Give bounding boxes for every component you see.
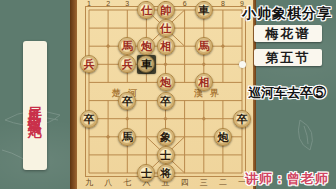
piece-red-cannon[interactable]: 炮 <box>157 73 175 91</box>
piece-black-general[interactable]: 将 <box>157 164 175 182</box>
piece-black-horse[interactable]: 馬 <box>118 128 136 146</box>
file-label-top: 6 <box>179 0 191 7</box>
piece-black-cannon[interactable]: 炮 <box>214 128 232 146</box>
xiangqi-board[interactable]: 楚河 漢界 123456789 九八七六五四三二一 仕帥車仕馬炮相馬兵兵車炮相卒… <box>70 0 256 189</box>
episode-badge: 第五节 <box>254 49 322 66</box>
piece-black-soldier[interactable]: 卒 <box>118 92 136 110</box>
file-label-bottom: 八 <box>102 177 114 188</box>
file-label-bottom: 七 <box>121 177 133 188</box>
file-label-bottom: 二 <box>217 177 229 188</box>
left-title-banner: 屏风马破当头炮 <box>23 41 47 170</box>
piece-black-soldier[interactable]: 卒 <box>80 110 98 128</box>
piece-red-elephant[interactable]: 相 <box>157 37 175 55</box>
series-badge: 梅花谱 <box>254 25 322 42</box>
piece-black-chariot[interactable]: 車 <box>195 1 213 19</box>
file-label-top: 2 <box>102 0 114 7</box>
piece-red-horse[interactable]: 馬 <box>195 37 213 55</box>
left-title-text: 屏风马破当头炮 <box>23 95 47 116</box>
file-label-bottom: 四 <box>179 177 191 188</box>
file-label-top: 1 <box>83 0 95 7</box>
piece-red-general[interactable]: 帥 <box>157 1 175 19</box>
file-label-bottom: 九 <box>83 177 95 188</box>
piece-black-soldier[interactable]: 卒 <box>233 110 251 128</box>
piece-black-elephant[interactable]: 象 <box>157 128 175 146</box>
piece-red-advisor[interactable]: 仕 <box>157 19 175 37</box>
piece-black-advisor[interactable]: 士 <box>157 146 175 164</box>
file-label-top: 3 <box>121 0 133 7</box>
piece-black-soldier[interactable]: 卒 <box>157 92 175 110</box>
episode-topic: 巡河车去卒⑤ <box>238 84 336 102</box>
video-thumbnail: 屏风马破当头炮 <box>0 0 336 189</box>
channel-title: 小帅象棋分享 <box>238 5 336 23</box>
file-label-bottom: 三 <box>198 177 210 188</box>
lecturer-credit: 讲师：曾老师 <box>238 170 336 188</box>
move-origin-dot <box>239 61 246 68</box>
file-label-top: 8 <box>217 0 229 7</box>
